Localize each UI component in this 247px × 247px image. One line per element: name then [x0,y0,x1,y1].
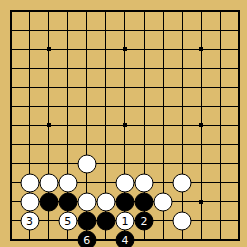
go-board: 351264 [0,0,247,247]
black-stone-move-6: 6 [77,230,96,247]
black-stone [58,192,77,211]
white-stone [58,173,77,192]
white-stone [135,173,154,192]
white-stone-move-1: 1 [115,211,134,230]
star-point [47,47,51,51]
white-stone-move-5: 5 [58,211,77,230]
black-stone [39,192,58,211]
star-point [199,200,203,204]
black-stone [135,192,154,211]
black-stone [77,211,96,230]
star-point [47,123,51,127]
star-point [199,123,203,127]
white-stone [77,154,96,173]
go-diagram-canvas: 351264 [0,0,247,247]
star-point [123,47,127,51]
white-stone [115,173,134,192]
white-stone [77,192,96,211]
white-stone [20,173,39,192]
white-stone [20,192,39,211]
black-stone-move-2: 2 [135,211,154,230]
white-stone [154,192,173,211]
black-stone-move-4: 4 [115,230,134,247]
black-stone [115,192,134,211]
star-point [123,123,127,127]
white-stone [173,211,192,230]
black-stone [96,211,115,230]
star-point [199,47,203,51]
white-stone [96,192,115,211]
white-stone [173,173,192,192]
white-stone-move-3: 3 [20,211,39,230]
white-stone [39,173,58,192]
